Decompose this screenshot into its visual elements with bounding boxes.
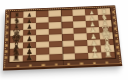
- chess-set-photo: ♜♟♟♜♞♟♟♞♝♟♟♝♛♟♟♛♚♟♟♚♝♟♟♝♞♟♟♞♜♟♟♜: [0, 0, 128, 80]
- medallion-dot: [114, 34, 118, 37]
- medallion-dot: [6, 20, 9, 23]
- chess-piece-black-rook[interactable]: ♜: [12, 53, 21, 63]
- square[interactable]: [36, 54, 49, 61]
- chess-piece-white-pawn[interactable]: ♟: [91, 52, 99, 60]
- chess-piece-white-rook[interactable]: ♜: [103, 49, 113, 59]
- medallion-dot: [115, 46, 119, 49]
- medallion-dot: [6, 26, 9, 29]
- medallion-dot: [115, 40, 119, 43]
- square[interactable]: ♜: [101, 51, 115, 58]
- square[interactable]: [49, 53, 62, 60]
- chess-piece-black-pawn[interactable]: ♟: [26, 54, 33, 62]
- medallion-dot: [6, 14, 9, 17]
- medallion-dot: [113, 28, 116, 31]
- square[interactable]: [75, 52, 89, 59]
- medallion-dot: [6, 32, 9, 35]
- square[interactable]: [62, 53, 75, 60]
- medallion-dot: [116, 52, 120, 55]
- medallion-dot: [113, 22, 116, 25]
- medallion-dot: [5, 38, 8, 41]
- medallion-dot: [5, 50, 8, 53]
- medallion-dot: [112, 16, 115, 19]
- medallion-dot: [5, 44, 8, 47]
- chess-board: ♜♟♟♜♞♟♟♞♝♟♟♝♛♟♟♛♚♟♟♚♝♟♟♝♞♟♟♞♜♟♟♜: [3, 5, 122, 70]
- square[interactable]: ♜: [9, 55, 22, 62]
- square[interactable]: ♟: [23, 54, 36, 61]
- square[interactable]: ♟: [88, 52, 102, 59]
- medallion-dot: [112, 10, 115, 13]
- medallion-dot: [5, 56, 8, 59]
